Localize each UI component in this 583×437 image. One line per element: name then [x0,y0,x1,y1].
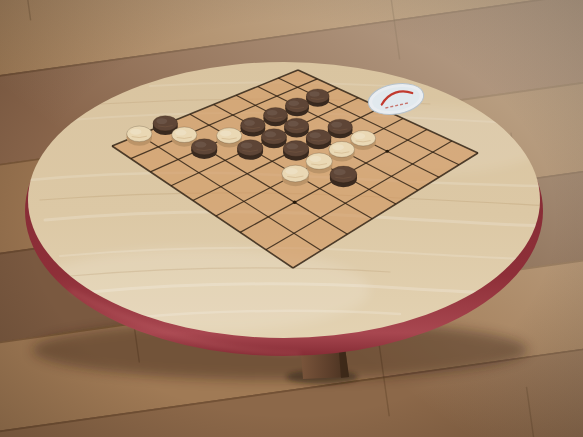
stone-dark-7-2[interactable] [306,89,329,107]
stone-dark-2-2[interactable] [191,139,217,159]
stone-dark-5-4[interactable] [306,130,331,150]
stone-dark-5-2[interactable] [264,107,288,126]
stone-dark-4-6[interactable] [330,166,357,187]
stone-dark-6-2[interactable] [285,98,308,116]
stone-dark-6-4[interactable] [328,119,352,138]
stone-dark-4-4[interactable] [283,141,309,161]
stone-dark-4-3[interactable] [261,129,286,149]
stone-light-1-0[interactable] [127,126,152,146]
stone-light-5-5[interactable] [329,141,355,161]
stone-light-4-5[interactable] [306,153,332,174]
stone-light-6-5[interactable] [351,130,376,150]
go-board-photo [0,0,583,437]
stone-light-3-5[interactable] [282,165,309,186]
stone-dark-3-3[interactable] [237,140,263,160]
stone-dark-4-2[interactable] [241,117,266,136]
stone-dark-5-3[interactable] [284,118,308,137]
